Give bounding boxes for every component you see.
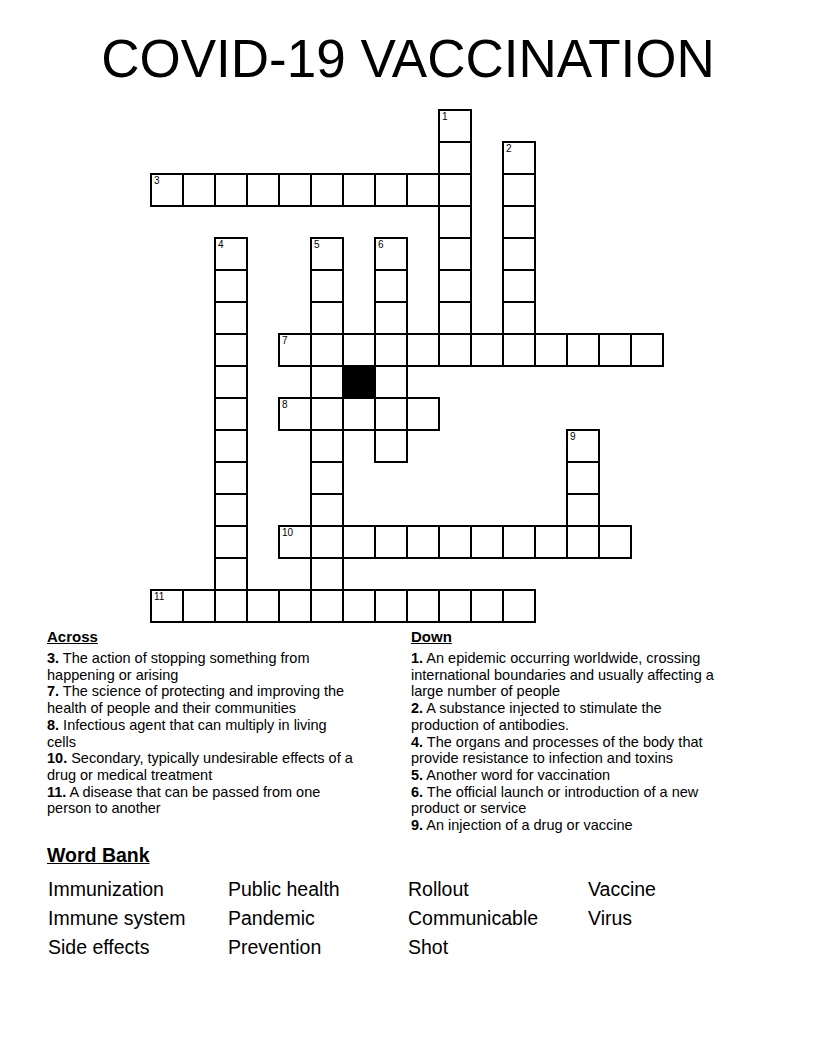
crossword-cell[interactable] xyxy=(566,461,600,495)
crossword-cell[interactable] xyxy=(406,589,440,623)
clue-number: 7. xyxy=(47,683,59,699)
crossword-cell[interactable]: 6 xyxy=(374,237,408,271)
clue-line: person to another xyxy=(47,800,409,817)
crossword-cell[interactable] xyxy=(438,173,472,207)
cell-number: 1 xyxy=(442,112,448,122)
crossword-cell[interactable] xyxy=(310,333,344,367)
clue-number: 9. xyxy=(411,817,423,833)
cell-number: 7 xyxy=(282,336,288,346)
crossword-cell[interactable] xyxy=(534,333,568,367)
clue-line: 7. The science of protecting and improvi… xyxy=(47,683,409,700)
word-bank-column: VaccineVirus xyxy=(588,875,656,933)
word-bank-item: Shot xyxy=(408,933,538,962)
crossword-cell[interactable] xyxy=(406,525,440,559)
crossword-cell[interactable] xyxy=(214,301,248,335)
crossword-cell[interactable] xyxy=(310,429,344,463)
clue-number: 1. xyxy=(411,650,423,666)
cell-number: 4 xyxy=(218,240,224,250)
cell-number: 6 xyxy=(378,240,384,250)
clue-number: 3. xyxy=(47,650,59,666)
crossword-cell[interactable] xyxy=(278,173,312,207)
crossword-cell[interactable] xyxy=(470,525,504,559)
clue-line: 5. Another word for vaccination xyxy=(411,767,776,784)
word-bank-column: ImmunizationImmune systemSide effects xyxy=(48,875,186,962)
crossword-cell[interactable] xyxy=(406,173,440,207)
crossword-cell[interactable]: 3 xyxy=(150,173,184,207)
clue-9-down: 9. An injection of a drug or vaccine xyxy=(411,817,776,834)
word-bank-item: Communicable xyxy=(408,904,538,933)
crossword-cell[interactable] xyxy=(502,525,536,559)
crossword-cell[interactable] xyxy=(342,397,376,431)
clue-line: product or service xyxy=(411,800,776,817)
word-bank-item: Rollout xyxy=(408,875,538,904)
across-clue-list: 3. The action of stopping something from… xyxy=(47,650,409,817)
crossword-cell[interactable] xyxy=(310,557,344,591)
word-bank-item: Virus xyxy=(588,904,656,933)
cell-number: 11 xyxy=(154,592,164,602)
clue-line: 10. Secondary, typically undesirable eff… xyxy=(47,750,409,767)
crossword-cell[interactable]: 9 xyxy=(566,429,600,463)
cell-number: 8 xyxy=(282,400,288,410)
clue-8-across: 8. Infectious agent that can multiply in… xyxy=(47,717,409,750)
crossword-cell[interactable] xyxy=(310,365,344,399)
cell-number: 9 xyxy=(570,432,576,442)
clue-10-across: 10. Secondary, typically undesirable eff… xyxy=(47,750,409,783)
crossword-cell[interactable] xyxy=(566,333,600,367)
clue-number: 4. xyxy=(411,734,423,750)
crossword-cell[interactable]: 7 xyxy=(278,333,312,367)
crossword-cell[interactable]: 4 xyxy=(214,237,248,271)
clue-line: cells xyxy=(47,734,409,751)
clue-number: 11. xyxy=(47,784,66,800)
crossword-cell[interactable] xyxy=(246,589,280,623)
crossword-cell[interactable]: 8 xyxy=(278,397,312,431)
crossword-cell[interactable] xyxy=(310,589,344,623)
crossword-cell[interactable] xyxy=(310,269,344,303)
crossword-cell[interactable] xyxy=(374,589,408,623)
crossword-grid: 1234567891011 xyxy=(150,109,664,623)
crossword-cell[interactable] xyxy=(182,173,216,207)
clue-line: 1. An epidemic occurring worldwide, cros… xyxy=(411,650,776,667)
word-bank-item: Immunization xyxy=(48,875,186,904)
clue-number: 10. xyxy=(47,750,67,766)
crossword-cell[interactable] xyxy=(470,589,504,623)
clue-line: happening or arising xyxy=(47,667,409,684)
down-clues-section: Down 1. An epidemic occurring worldwide,… xyxy=(411,628,776,834)
crossword-cell[interactable] xyxy=(214,461,248,495)
word-bank-heading: Word Bank xyxy=(47,843,787,867)
crossword-cell[interactable] xyxy=(310,397,344,431)
across-clues-section: Across 3. The action of stopping somethi… xyxy=(47,628,409,817)
black-cell xyxy=(342,365,376,399)
clue-line: production of antibodies. xyxy=(411,717,776,734)
clue-7-across: 7. The science of protecting and improvi… xyxy=(47,683,409,716)
crossword-cell[interactable] xyxy=(438,589,472,623)
crossword-cell[interactable] xyxy=(502,173,536,207)
clue-1-down: 1. An epidemic occurring worldwide, cros… xyxy=(411,650,776,700)
clue-line: 4. The organs and processes of the body … xyxy=(411,734,776,751)
across-heading: Across xyxy=(47,628,409,645)
crossword-cell[interactable] xyxy=(502,589,536,623)
clue-line: health of people and their communities xyxy=(47,700,409,717)
crossword-cell[interactable] xyxy=(310,301,344,335)
crossword-cell[interactable] xyxy=(438,301,472,335)
clue-11-across: 11. A disease that can be passed from on… xyxy=(47,784,409,817)
crossword-cell[interactable] xyxy=(406,333,440,367)
crossword-cell[interactable] xyxy=(502,205,536,239)
clue-line: drug or medical treatment xyxy=(47,767,409,784)
crossword-cell[interactable] xyxy=(566,525,600,559)
clue-number: 6. xyxy=(411,784,423,800)
word-bank-item: Prevention xyxy=(228,933,340,962)
clue-line: 3. The action of stopping something from xyxy=(47,650,409,667)
crossword-cell[interactable] xyxy=(598,525,632,559)
crossword-cell[interactable] xyxy=(374,525,408,559)
word-bank-item: Side effects xyxy=(48,933,186,962)
crossword-cell[interactable] xyxy=(374,365,408,399)
crossword-cell[interactable] xyxy=(214,525,248,559)
crossword-cell[interactable] xyxy=(310,525,344,559)
crossword-cell[interactable] xyxy=(342,333,376,367)
clue-line: 9. An injection of a drug or vaccine xyxy=(411,817,776,834)
crossword-cell[interactable] xyxy=(438,525,472,559)
crossword-cell[interactable] xyxy=(502,333,536,367)
crossword-cell[interactable] xyxy=(406,397,440,431)
crossword-cell[interactable] xyxy=(214,493,248,527)
word-bank-item: Vaccine xyxy=(588,875,656,904)
crossword-cell[interactable] xyxy=(598,333,632,367)
word-bank-column: Public healthPandemicPrevention xyxy=(228,875,340,962)
word-bank-item: Public health xyxy=(228,875,340,904)
puzzle-title: COVID-19 VACCINATION xyxy=(0,31,816,87)
crossword-cell[interactable] xyxy=(438,269,472,303)
crossword-cell[interactable]: 1 xyxy=(438,109,472,143)
crossword-cell[interactable] xyxy=(630,333,664,367)
word-bank-item: Pandemic xyxy=(228,904,340,933)
crossword-cell[interactable] xyxy=(438,205,472,239)
crossword-cell[interactable] xyxy=(214,557,248,591)
clue-6-down: 6. The official launch or introduction o… xyxy=(411,784,776,817)
down-clue-list: 1. An epidemic occurring worldwide, cros… xyxy=(411,650,776,834)
word-bank-item: Immune system xyxy=(48,904,186,933)
crossword-cell[interactable] xyxy=(246,173,280,207)
clue-number: 2. xyxy=(411,700,423,716)
clue-line: 2. A substance injected to stimulate the xyxy=(411,700,776,717)
clue-number: 8. xyxy=(47,717,59,733)
crossword-cell[interactable] xyxy=(374,429,408,463)
crossword-cell[interactable] xyxy=(438,237,472,271)
cell-number: 2 xyxy=(506,144,512,154)
clue-line: 6. The official launch or introduction o… xyxy=(411,784,776,801)
crossword-cell[interactable] xyxy=(342,589,376,623)
crossword-cell[interactable] xyxy=(214,173,248,207)
clue-line: large number of people xyxy=(411,683,776,700)
crossword-cell[interactable] xyxy=(374,397,408,431)
crossword-cell[interactable] xyxy=(534,525,568,559)
clue-4-down: 4. The organs and processes of the body … xyxy=(411,734,776,767)
crossword-cell[interactable] xyxy=(214,429,248,463)
clue-3-across: 3. The action of stopping something from… xyxy=(47,650,409,683)
crossword-cell[interactable] xyxy=(182,589,216,623)
crossword-cell[interactable] xyxy=(310,493,344,527)
crossword-cell[interactable] xyxy=(374,173,408,207)
crossword-cell[interactable] xyxy=(502,301,536,335)
clue-line: 8. Infectious agent that can multiply in… xyxy=(47,717,409,734)
crossword-cell[interactable]: 5 xyxy=(310,237,344,271)
crossword-cell[interactable] xyxy=(438,333,472,367)
cell-number: 10 xyxy=(282,528,293,538)
crossword-cell[interactable] xyxy=(374,269,408,303)
crossword-cell[interactable] xyxy=(214,269,248,303)
crossword-cell[interactable] xyxy=(214,365,248,399)
crossword-cell[interactable] xyxy=(278,589,312,623)
crossword-cell[interactable]: 11 xyxy=(150,589,184,623)
cell-number: 5 xyxy=(314,240,320,250)
crossword-cell[interactable] xyxy=(566,493,600,527)
clue-5-down: 5. Another word for vaccination xyxy=(411,767,776,784)
down-heading: Down xyxy=(411,628,776,645)
crossword-cell[interactable]: 10 xyxy=(278,525,312,559)
crossword-cell[interactable]: 2 xyxy=(502,141,536,175)
crossword-cell[interactable] xyxy=(374,333,408,367)
crossword-cell[interactable] xyxy=(342,525,376,559)
crossword-cell[interactable] xyxy=(214,589,248,623)
clue-line: 11. A disease that can be passed from on… xyxy=(47,784,409,801)
clue-2-down: 2. A substance injected to stimulate the… xyxy=(411,700,776,733)
crossword-cell[interactable] xyxy=(342,173,376,207)
word-bank-column: RolloutCommunicableShot xyxy=(408,875,538,962)
crossword-cell[interactable] xyxy=(310,461,344,495)
crossword-cell[interactable] xyxy=(310,173,344,207)
crossword-cell[interactable] xyxy=(502,237,536,271)
word-bank-section: Word Bank ImmunizationImmune systemSide … xyxy=(47,843,787,867)
crossword-cell[interactable] xyxy=(502,269,536,303)
crossword-cell[interactable] xyxy=(214,397,248,431)
clue-line: provide resistance to infection and toxi… xyxy=(411,750,776,767)
clue-line: international boundaries and usually aff… xyxy=(411,667,776,684)
cell-number: 3 xyxy=(154,176,160,186)
clue-number: 5. xyxy=(411,767,423,783)
crossword-cell[interactable] xyxy=(438,141,472,175)
crossword-cell[interactable] xyxy=(470,333,504,367)
crossword-cell[interactable] xyxy=(214,333,248,367)
crossword-cell[interactable] xyxy=(374,301,408,335)
